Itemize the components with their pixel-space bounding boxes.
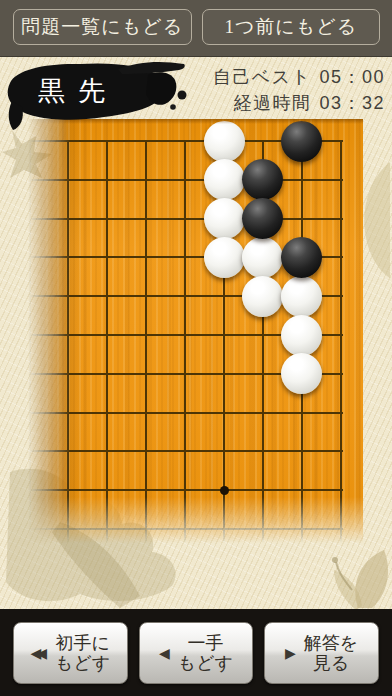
stone-white[interactable]: [204, 159, 245, 200]
best-time-label: 自己ベスト: [213, 64, 312, 90]
back-one-screen-button[interactable]: 1つ前にもどる: [202, 9, 381, 45]
stone-black[interactable]: [281, 237, 322, 278]
back-to-problem-list-button[interactable]: 問題一覧にもどる: [13, 9, 192, 45]
grid-line-vertical: [340, 140, 342, 547]
best-time-row: 自己ベスト05：00: [213, 64, 385, 90]
grid-line-vertical: [67, 140, 69, 547]
stone-white[interactable]: [204, 198, 245, 239]
grid-line-horizontal: [24, 412, 343, 414]
grid-line-horizontal: [24, 450, 343, 452]
reset-to-first-move-button[interactable]: ◀◀ 初手にもどす: [13, 622, 128, 684]
elapsed-time-row: 経過時間03：32: [213, 90, 385, 116]
stone-white[interactable]: [242, 237, 283, 278]
elapsed-time-label: 経過時間: [233, 90, 311, 116]
timer-panel: 自己ベスト05：00 経過時間03：32: [213, 64, 385, 116]
grid-line-horizontal: [24, 489, 343, 491]
reset-to-first-move-label: 初手にもどす: [55, 633, 110, 673]
grid-line-vertical: [29, 140, 31, 547]
go-board[interactable]: [24, 119, 363, 549]
stone-black[interactable]: [242, 198, 283, 239]
rewind-to-first-icon: ◀◀: [30, 643, 42, 663]
stone-white[interactable]: [204, 121, 245, 162]
undo-one-move-button[interactable]: ◀ 一手もどす: [139, 622, 254, 684]
show-answer-label: 解答を見る: [304, 633, 358, 673]
app-screen: { "game": "go (tsumego / life-and-death …: [0, 0, 392, 696]
stone-black[interactable]: [242, 159, 283, 200]
stone-black[interactable]: [281, 121, 322, 162]
best-time-value: 05：00: [319, 64, 385, 90]
top-bar: 問題一覧にもどる 1つ前にもどる: [0, 0, 392, 57]
turn-banner: 黒先: [38, 76, 168, 106]
stone-white[interactable]: [281, 315, 322, 356]
stone-white[interactable]: [281, 276, 322, 317]
bottom-bar: ◀◀ 初手にもどす ◀ 一手もどす ▶ 解答を見る: [0, 609, 392, 696]
stone-white[interactable]: [204, 237, 245, 278]
grid-line-horizontal: [24, 218, 343, 220]
grid-line-vertical: [106, 140, 108, 547]
stone-white[interactable]: [281, 353, 322, 394]
stone-white[interactable]: [242, 276, 283, 317]
grid-line-horizontal: [24, 528, 343, 530]
grid-line-vertical: [184, 140, 186, 547]
star-point: [220, 486, 229, 495]
show-answer-button[interactable]: ▶ 解答を見る: [264, 622, 379, 684]
show-answer-icon: ▶: [285, 643, 296, 663]
step-back-icon: ◀: [159, 643, 170, 663]
undo-one-move-label: 一手もどす: [178, 633, 233, 673]
elapsed-time-value: 03：32: [319, 90, 385, 116]
grid-line-vertical: [145, 140, 147, 547]
grid-line-horizontal: [24, 179, 343, 181]
